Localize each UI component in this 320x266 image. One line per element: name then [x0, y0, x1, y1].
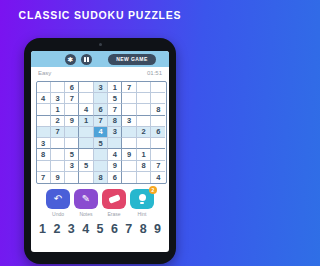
settings-button[interactable]: ✱	[65, 54, 76, 65]
hint-badge: 2	[149, 186, 157, 194]
sudoku-cell-r8c5[interactable]	[94, 161, 108, 172]
sudoku-cell-r7c2[interactable]	[51, 149, 65, 160]
sudoku-cell-r6c4[interactable]	[79, 138, 93, 149]
sudoku-cell-r2c9[interactable]	[151, 93, 165, 104]
sudoku-cell-r9c2[interactable]: 9	[51, 172, 65, 183]
gear-icon: ✱	[68, 56, 74, 63]
sudoku-cell-r9c4[interactable]	[79, 172, 93, 183]
sudoku-cell-r8c6[interactable]: 9	[108, 161, 122, 172]
sudoku-cell-r6c8[interactable]	[137, 138, 151, 149]
sudoku-cell-r8c8[interactable]: 8	[137, 161, 151, 172]
timer-label: 01:51	[147, 70, 162, 76]
sudoku-cell-r9c1[interactable]: 7	[37, 172, 51, 183]
numpad-9[interactable]: 9	[154, 222, 161, 236]
sudoku-cell-r8c2[interactable]	[51, 161, 65, 172]
pencil-icon: ✎	[82, 194, 90, 204]
sudoku-cell-r2c3[interactable]: 7	[65, 93, 79, 104]
app-screen: ✱ NEW GAME Easy 01:51 631743751467829178…	[31, 51, 169, 252]
sudoku-cell-r9c6[interactable]: 6	[108, 172, 122, 183]
sudoku-cell-r8c3[interactable]: 3	[65, 161, 79, 172]
sudoku-cell-r5c9[interactable]: 6	[151, 127, 165, 138]
pause-button[interactable]	[81, 54, 92, 65]
pause-icon	[84, 57, 89, 62]
numpad-5[interactable]: 5	[97, 222, 104, 236]
sudoku-cell-r4c9[interactable]	[151, 116, 165, 127]
numpad-1[interactable]: 1	[39, 222, 46, 236]
sudoku-cell-r3c3[interactable]	[65, 104, 79, 115]
sudoku-cell-r5c4[interactable]	[79, 127, 93, 138]
toolbar: ↶ Undo ✎ Notes Erase	[31, 189, 169, 217]
banner-title: CLASSIC SUDOKU PUZZLES	[0, 9, 200, 21]
sudoku-cell-r1c7[interactable]: 7	[122, 82, 136, 93]
sudoku-cell-r4c2[interactable]: 2	[51, 116, 65, 127]
bulb-icon	[139, 194, 146, 204]
sudoku-cell-r4c4[interactable]: 1	[79, 116, 93, 127]
sudoku-cell-r6c5[interactable]: 5	[94, 138, 108, 149]
difficulty-label: Easy	[38, 70, 51, 76]
tablet-frame: ✱ NEW GAME Easy 01:51 631743751467829178…	[24, 38, 176, 264]
sudoku-cell-r4c8[interactable]	[137, 116, 151, 127]
sudoku-cell-r5c8[interactable]: 2	[137, 127, 151, 138]
sudoku-cell-r1c6[interactable]: 1	[108, 82, 122, 93]
sudoku-cell-r5c1[interactable]	[37, 127, 51, 138]
sudoku-cell-r7c6[interactable]: 4	[108, 149, 122, 160]
sudoku-cell-r4c6[interactable]: 8	[108, 116, 122, 127]
undo-label: Undo	[52, 211, 64, 217]
sudoku-cell-r5c7[interactable]	[122, 127, 136, 138]
sudoku-cell-r2c5[interactable]	[94, 93, 108, 104]
sudoku-cell-r5c3[interactable]	[65, 127, 79, 138]
sudoku-cell-r9c5[interactable]: 8	[94, 172, 108, 183]
sudoku-cell-r2c2[interactable]: 3	[51, 93, 65, 104]
sudoku-cell-r8c9[interactable]: 7	[151, 161, 165, 172]
sudoku-cell-r5c2[interactable]: 7	[51, 127, 65, 138]
sudoku-cell-r7c1[interactable]: 8	[37, 149, 51, 160]
numpad-2[interactable]: 2	[53, 222, 60, 236]
sudoku-cell-r5c5[interactable]: 4	[94, 127, 108, 138]
numpad-8[interactable]: 8	[140, 222, 147, 236]
sudoku-cell-r6c1[interactable]: 3	[37, 138, 51, 149]
sudoku-cell-r3c7[interactable]	[122, 104, 136, 115]
sudoku-cell-r1c9[interactable]	[151, 82, 165, 93]
sudoku-cell-r7c5[interactable]	[94, 149, 108, 160]
sudoku-cell-r1c2[interactable]	[51, 82, 65, 93]
sudoku-cell-r5c6[interactable]: 3	[108, 127, 122, 138]
sudoku-cell-r1c1[interactable]	[37, 82, 51, 93]
sudoku-cell-r4c7[interactable]: 3	[122, 116, 136, 127]
hint-button[interactable]: 2	[130, 189, 154, 209]
sudoku-cell-r4c1[interactable]	[37, 116, 51, 127]
sudoku-cell-r3c4[interactable]: 4	[79, 104, 93, 115]
sudoku-cell-r1c5[interactable]: 3	[94, 82, 108, 93]
sudoku-cell-r2c6[interactable]: 5	[108, 93, 122, 104]
sudoku-cell-r3c8[interactable]	[137, 104, 151, 115]
eraser-icon	[108, 194, 120, 204]
numpad-6[interactable]: 6	[111, 222, 118, 236]
undo-button[interactable]: ↶	[46, 189, 70, 209]
sudoku-cell-r2c8[interactable]	[137, 93, 151, 104]
sudoku-cell-r1c8[interactable]	[137, 82, 151, 93]
sudoku-cell-r6c9[interactable]	[151, 138, 165, 149]
sudoku-cell-r2c7[interactable]	[122, 93, 136, 104]
notes-label: Notes	[79, 211, 92, 217]
number-pad: 1 2 3 4 5 6 7 8 9	[31, 222, 169, 236]
sudoku-cell-r8c4[interactable]: 5	[79, 161, 93, 172]
sudoku-cell-r7c8[interactable]: 1	[137, 149, 151, 160]
sudoku-cell-r9c3[interactable]	[65, 172, 79, 183]
sudoku-cell-r6c3[interactable]	[65, 138, 79, 149]
numpad-3[interactable]: 3	[68, 222, 75, 236]
sudoku-cell-r9c7[interactable]	[122, 172, 136, 183]
new-game-button[interactable]: NEW GAME	[108, 54, 156, 65]
sudoku-cell-r3c1[interactable]	[37, 104, 51, 115]
sudoku-cell-r6c2[interactable]	[51, 138, 65, 149]
sudoku-cell-r7c9[interactable]	[151, 149, 165, 160]
sudoku-cell-r2c1[interactable]: 4	[37, 93, 51, 104]
hint-label: Hint	[138, 211, 147, 217]
sudoku-cell-r9c8[interactable]	[137, 172, 151, 183]
sudoku-cell-r3c6[interactable]: 7	[108, 104, 122, 115]
sudoku-cell-r3c2[interactable]: 1	[51, 104, 65, 115]
numpad-4[interactable]: 4	[82, 222, 89, 236]
erase-button[interactable]	[102, 189, 126, 209]
numpad-7[interactable]: 7	[125, 222, 132, 236]
notes-button[interactable]: ✎	[74, 189, 98, 209]
sudoku-cell-r4c3[interactable]: 9	[65, 116, 79, 127]
sudoku-cell-r1c3[interactable]: 6	[65, 82, 79, 93]
sudoku-cell-r8c1[interactable]	[37, 161, 51, 172]
sudoku-cell-r7c7[interactable]: 9	[122, 149, 136, 160]
sudoku-cell-r8c7[interactable]	[122, 161, 136, 172]
sudoku-cell-r7c3[interactable]: 5	[65, 149, 79, 160]
undo-icon: ↶	[54, 194, 62, 204]
camera-dot	[99, 43, 102, 46]
sudoku-cell-r6c7[interactable]	[122, 138, 136, 149]
sudoku-cell-r3c5[interactable]: 6	[94, 104, 108, 115]
sudoku-cell-r6c6[interactable]	[108, 138, 122, 149]
erase-label: Erase	[107, 211, 120, 217]
sudoku-cell-r3c9[interactable]: 8	[151, 104, 165, 115]
sudoku-cell-r7c4[interactable]	[79, 149, 93, 160]
sudoku-cell-r2c4[interactable]	[79, 93, 93, 104]
sudoku-cell-r9c9[interactable]: 4	[151, 172, 165, 183]
sudoku-cell-r1c4[interactable]	[79, 82, 93, 93]
sudoku-board: 6317437514678291783743263585491359877986…	[36, 81, 167, 184]
sudoku-cell-r4c5[interactable]: 7	[94, 116, 108, 127]
